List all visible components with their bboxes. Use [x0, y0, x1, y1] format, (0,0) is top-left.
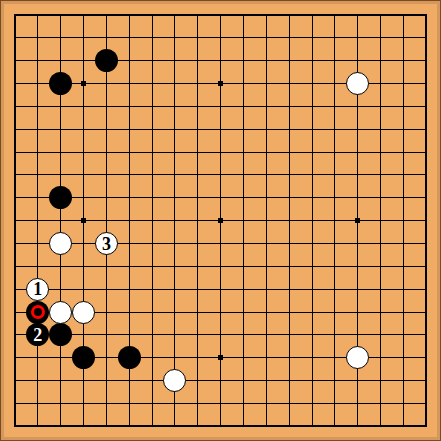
grid-line-vertical [266, 14, 267, 427]
stone-white [49, 301, 72, 324]
stone-white [49, 232, 72, 255]
star-point [81, 81, 86, 86]
star-point [355, 218, 360, 223]
stone-white: 1 [26, 278, 49, 301]
star-point [218, 218, 223, 223]
stone-white [346, 346, 369, 369]
stone-black [72, 346, 95, 369]
grid-line-vertical [289, 14, 290, 427]
grid-line-horizontal [14, 266, 427, 267]
stone-black: 2 [26, 323, 49, 346]
stone-black [26, 301, 49, 324]
stone-black [118, 346, 141, 369]
grid-line-vertical [403, 14, 404, 427]
star-point [218, 355, 223, 360]
stone-black [95, 49, 118, 72]
grid-line-horizontal [14, 380, 427, 381]
grid-line-vertical [334, 14, 335, 427]
grid-line-horizontal [14, 403, 427, 404]
stone-white: 3 [95, 232, 118, 255]
star-point [81, 218, 86, 223]
grid-line-vertical [425, 14, 427, 427]
stone-black [49, 186, 72, 209]
stone-move-number: 1 [33, 280, 42, 298]
go-board: 231 [0, 0, 441, 441]
grid-line-horizontal [14, 334, 427, 335]
stone-white [163, 369, 186, 392]
stone-move-number: 3 [102, 235, 111, 253]
stone-black [49, 323, 72, 346]
grid-line-horizontal [14, 289, 427, 290]
grid-line-vertical [243, 14, 244, 427]
stone-white [346, 72, 369, 95]
stone-black [49, 72, 72, 95]
grid-line-vertical [312, 14, 313, 427]
star-point [218, 81, 223, 86]
stone-move-number: 2 [33, 326, 42, 344]
grid-line-horizontal [14, 425, 427, 427]
red-circle-marker-icon [31, 305, 45, 319]
grid-line-vertical [380, 14, 381, 427]
stone-white [72, 301, 95, 324]
grid-line-horizontal [14, 243, 427, 244]
